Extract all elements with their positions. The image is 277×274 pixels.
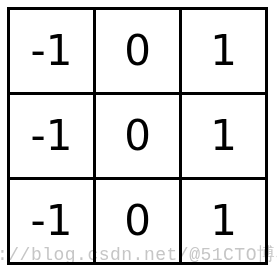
grid-cell-r1c0: -1 — [10, 95, 93, 177]
number-grid-board: -1 0 1 -1 0 1 -1 0 1 — [7, 7, 268, 265]
grid-cell-r2c2: 1 — [182, 180, 265, 262]
grid-cell-r2c1: 0 — [96, 180, 179, 262]
screenshot-canvas: -1 0 1 -1 0 1 -1 0 1 ://blog.csdn.net/@5… — [0, 0, 277, 274]
grid-cell-r0c1: 0 — [96, 10, 179, 92]
grid-cell-r1c1: 0 — [96, 95, 179, 177]
grid-cell-r2c0: -1 — [10, 180, 93, 262]
grid-cell-r0c2: 1 — [182, 10, 265, 92]
grid-cell-r1c2: 1 — [182, 95, 265, 177]
grid-cell-r0c0: -1 — [10, 10, 93, 92]
